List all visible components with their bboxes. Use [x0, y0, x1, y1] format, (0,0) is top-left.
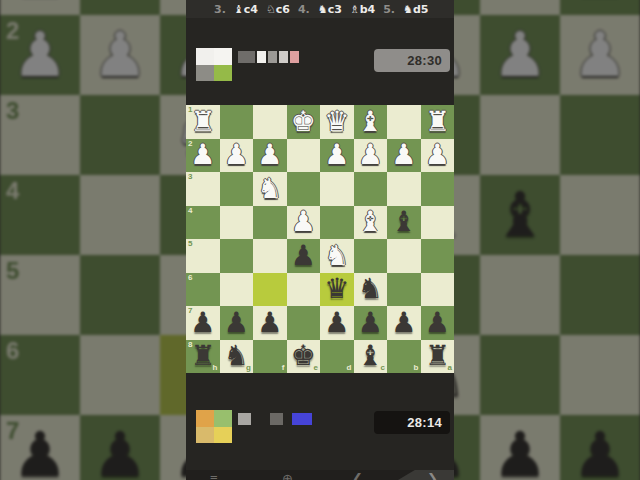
- username-mosaic-bottom: [238, 413, 312, 425]
- black-pawn[interactable]: ♟: [324, 309, 349, 337]
- black-pawn[interactable]: ♟: [358, 309, 383, 337]
- square-b4[interactable]: ♝: [387, 206, 421, 240]
- square-g1: [80, 0, 160, 15]
- username-pixel-block: [279, 51, 288, 63]
- square-b3[interactable]: [387, 172, 421, 206]
- avatar-mosaic-cell: [214, 65, 232, 82]
- square-h5: 5: [0, 255, 80, 335]
- square-c8[interactable]: c♝: [354, 340, 388, 374]
- square-g4: [80, 175, 160, 255]
- square-f4[interactable]: [253, 206, 287, 240]
- square-h2[interactable]: 2♟: [186, 139, 220, 173]
- player-row-bottom: 28:14: [186, 408, 454, 448]
- white-pawn: ♟: [12, 24, 68, 86]
- square-h4: 4: [0, 175, 80, 255]
- white-pawn[interactable]: ♟: [324, 141, 349, 169]
- square-d2[interactable]: ♟: [320, 139, 354, 173]
- square-h8[interactable]: 8h♜: [186, 340, 220, 374]
- square-c3[interactable]: [354, 172, 388, 206]
- rank-label-2: 2: [188, 140, 192, 148]
- square-a6: [560, 335, 640, 415]
- white-rook[interactable]: ♜: [190, 108, 215, 136]
- square-h1[interactable]: 1♜: [186, 105, 220, 139]
- username-pixel-block: [268, 51, 277, 63]
- rank-label-7: 7: [188, 307, 192, 315]
- square-d4[interactable]: [320, 206, 354, 240]
- white-rook[interactable]: ♜: [425, 108, 450, 136]
- square-e6[interactable]: [287, 273, 321, 307]
- square-a7: ♟: [560, 415, 640, 480]
- square-a3: [560, 95, 640, 175]
- avatar-mosaic-cell: [214, 48, 232, 65]
- square-d7[interactable]: ♟: [320, 306, 354, 340]
- avatar-top-player[interactable]: [196, 48, 232, 81]
- square-b2: ♟: [480, 15, 560, 95]
- white-knight[interactable]: ♞: [257, 175, 282, 203]
- square-g8[interactable]: g♞: [220, 340, 254, 374]
- square-h4[interactable]: 4: [186, 206, 220, 240]
- square-g7: ♟: [80, 415, 160, 480]
- square-c5[interactable]: [354, 239, 388, 273]
- square-c6[interactable]: ♞: [354, 273, 388, 307]
- square-e8[interactable]: e♚: [287, 340, 321, 374]
- black-pawn: ♟: [92, 424, 148, 480]
- black-queen[interactable]: ♛: [324, 275, 349, 303]
- forward-icon[interactable]: ❯: [427, 472, 438, 480]
- square-g2[interactable]: ♟: [220, 139, 254, 173]
- square-a4: [560, 175, 640, 255]
- square-h6: 6: [0, 335, 80, 415]
- square-h2: 2♟: [0, 15, 80, 95]
- black-pawn[interactable]: ♟: [391, 309, 416, 337]
- avatar-mosaic-cell: [196, 65, 214, 82]
- screenshot-canvas: 1♜♚♛♝♜2♟♟♟♟♟♟♟3♞4♟♝♝5♟♞6♛♞7♟♟♟♟♟♟♟8♜♞♚♝♜…: [0, 0, 640, 480]
- white-pawn[interactable]: ♟: [257, 141, 282, 169]
- file-label-c: c: [381, 364, 385, 372]
- square-a4[interactable]: [421, 206, 455, 240]
- square-g3[interactable]: [220, 172, 254, 206]
- black-rook[interactable]: ♜: [425, 342, 450, 370]
- player-row-top: 28:30: [186, 46, 454, 86]
- file-label-d: d: [347, 364, 352, 372]
- black-pawn[interactable]: ♟: [190, 309, 215, 337]
- square-a5[interactable]: [421, 239, 455, 273]
- file-label-g: g: [246, 364, 251, 372]
- black-knight[interactable]: ♞: [224, 342, 249, 370]
- white-pawn: ♟: [492, 24, 548, 86]
- rank-label-4: 4: [6, 179, 19, 203]
- square-b5: [480, 255, 560, 335]
- square-d8[interactable]: d: [320, 340, 354, 374]
- black-pawn: ♟: [572, 424, 628, 480]
- file-label-a: a: [448, 364, 452, 372]
- avatar-mosaic-cell: [214, 410, 232, 427]
- square-a5: [560, 255, 640, 335]
- move-number: 4.: [298, 3, 310, 16]
- rank-label-3: 3: [188, 173, 192, 181]
- square-g6: [80, 335, 160, 415]
- square-h7[interactable]: 7♟: [186, 306, 220, 340]
- forward-wedge[interactable]: ❯: [398, 470, 454, 480]
- square-f7[interactable]: ♟: [253, 306, 287, 340]
- square-e2[interactable]: [287, 139, 321, 173]
- square-c2[interactable]: ♟: [354, 139, 388, 173]
- black-king[interactable]: ♚: [291, 342, 316, 370]
- rank-label-6: 6: [6, 339, 19, 363]
- white-knight[interactable]: ♞: [324, 242, 349, 270]
- avatar-mosaic-cell: [196, 410, 214, 427]
- rank-label-4: 4: [188, 207, 192, 215]
- square-h1: 1♜: [0, 0, 80, 15]
- square-g6[interactable]: [220, 273, 254, 307]
- rank-label-7: 7: [6, 419, 19, 443]
- square-a2: ♟: [560, 15, 640, 95]
- black-pawn[interactable]: ♟: [291, 242, 316, 270]
- square-b4: ♝: [480, 175, 560, 255]
- square-a8[interactable]: a♜: [421, 340, 455, 374]
- rank-label-5: 5: [188, 240, 192, 248]
- square-b7[interactable]: ♟: [387, 306, 421, 340]
- white-pawn[interactable]: ♟: [224, 141, 249, 169]
- username-pixel-block: [257, 51, 266, 63]
- square-b1: [480, 0, 560, 15]
- square-g5: [80, 255, 160, 335]
- square-g3: [80, 95, 160, 175]
- black-bishop[interactable]: ♝: [391, 208, 416, 236]
- black-pawn[interactable]: ♟: [257, 309, 282, 337]
- square-h3[interactable]: 3: [186, 172, 220, 206]
- square-d6[interactable]: ♛: [320, 273, 354, 307]
- square-e3[interactable]: [287, 172, 321, 206]
- square-b8[interactable]: b: [387, 340, 421, 374]
- file-label-b: b: [414, 364, 419, 372]
- black-rook[interactable]: ♜: [190, 342, 215, 370]
- square-f5[interactable]: [253, 239, 287, 273]
- phone-strip: 3.♝c4♘c64.♞c3♗b45.♞d5 28:30 1♜♚♛♝♜2♟♟♟♟♟…: [186, 0, 454, 480]
- square-e4[interactable]: ♟: [287, 206, 321, 240]
- square-f1[interactable]: [253, 105, 287, 139]
- square-f3[interactable]: ♞: [253, 172, 287, 206]
- square-e7[interactable]: [287, 306, 321, 340]
- square-c7[interactable]: ♟: [354, 306, 388, 340]
- square-a3[interactable]: [421, 172, 455, 206]
- move-token[interactable]: ♞c3: [318, 3, 342, 16]
- rank-label-6: 6: [188, 274, 192, 282]
- white-queen[interactable]: ♛: [324, 108, 349, 136]
- back-icon[interactable]: ❮: [352, 472, 363, 480]
- black-bishop: ♝: [492, 184, 548, 246]
- square-a2[interactable]: ♟: [421, 139, 455, 173]
- black-pawn[interactable]: ♟: [224, 309, 249, 337]
- white-rook: ♜: [572, 0, 628, 6]
- square-f8[interactable]: f: [253, 340, 287, 374]
- avatar-mosaic-cell: [196, 427, 214, 444]
- black-bishop[interactable]: ♝: [358, 342, 383, 370]
- white-pawn[interactable]: ♟: [358, 141, 383, 169]
- square-b3: [480, 95, 560, 175]
- username-mosaic-top: [238, 51, 299, 63]
- username-pixel-block: [270, 413, 283, 425]
- white-pawn[interactable]: ♟: [425, 141, 450, 169]
- white-pawn: ♟: [572, 24, 628, 86]
- square-d1[interactable]: ♛: [320, 105, 354, 139]
- square-g7[interactable]: ♟: [220, 306, 254, 340]
- move-number: 5.: [383, 3, 395, 16]
- username-pixel-block: [290, 51, 299, 63]
- white-bishop[interactable]: ♝: [358, 108, 383, 136]
- square-b7: ♟: [480, 415, 560, 480]
- game-controls-bar: ❯ ≡⊕❮: [186, 470, 454, 480]
- move-number: 3.: [214, 3, 226, 16]
- black-pawn: ♟: [492, 424, 548, 480]
- square-c4[interactable]: ♝: [354, 206, 388, 240]
- move-token[interactable]: ♗b4: [350, 3, 375, 16]
- move-token[interactable]: ♘c6: [266, 3, 290, 16]
- black-pawn[interactable]: ♟: [425, 309, 450, 337]
- file-label-e: e: [314, 364, 318, 372]
- square-b6: [480, 335, 560, 415]
- white-pawn: ♟: [92, 24, 148, 86]
- square-h6[interactable]: 6: [186, 273, 220, 307]
- black-pawn: ♟: [12, 424, 68, 480]
- square-h5[interactable]: 5: [186, 239, 220, 273]
- square-b5[interactable]: [387, 239, 421, 273]
- clock-top-white: 28:30: [374, 49, 450, 72]
- username-pixel-block: [238, 413, 251, 425]
- rank-label-1: 1: [188, 106, 192, 114]
- square-g1[interactable]: [220, 105, 254, 139]
- black-knight[interactable]: ♞: [358, 275, 383, 303]
- square-b2[interactable]: ♟: [387, 139, 421, 173]
- avatar-bottom-player[interactable]: [196, 410, 232, 443]
- square-h3: 3: [0, 95, 80, 175]
- move-token[interactable]: ♝c4: [234, 3, 258, 16]
- move-token[interactable]: ♞d5: [403, 3, 428, 16]
- clock-bottom-black: 28:14: [374, 411, 450, 434]
- file-label-f: f: [282, 364, 285, 372]
- rank-label-8: 8: [188, 341, 192, 349]
- options-icon[interactable]: ≡: [210, 472, 218, 480]
- square-b6[interactable]: [387, 273, 421, 307]
- white-king[interactable]: ♚: [291, 108, 316, 136]
- square-a7[interactable]: ♟: [421, 306, 455, 340]
- square-e1[interactable]: ♚: [287, 105, 321, 139]
- square-g5[interactable]: [220, 239, 254, 273]
- square-g2: ♟: [80, 15, 160, 95]
- square-f6[interactable]: [253, 273, 287, 307]
- square-f2[interactable]: ♟: [253, 139, 287, 173]
- avatar-mosaic-cell: [214, 427, 232, 444]
- square-a1: ♜: [560, 0, 640, 15]
- rank-label-5: 5: [6, 259, 19, 283]
- square-d5[interactable]: ♞: [320, 239, 354, 273]
- square-e5[interactable]: ♟: [287, 239, 321, 273]
- white-bishop[interactable]: ♝: [358, 208, 383, 236]
- move-list-bar[interactable]: 3.♝c4♘c64.♞c3♗b45.♞d5: [186, 0, 454, 18]
- square-a6[interactable]: [421, 273, 455, 307]
- rank-label-3: 3: [6, 99, 19, 123]
- username-pixel-block: [238, 51, 255, 63]
- white-rook: ♜: [12, 0, 68, 6]
- square-g4[interactable]: [220, 206, 254, 240]
- add-time-icon[interactable]: ⊕: [282, 472, 293, 480]
- square-a1[interactable]: ♜: [421, 105, 455, 139]
- square-d3[interactable]: [320, 172, 354, 206]
- square-c1[interactable]: ♝: [354, 105, 388, 139]
- square-b1[interactable]: [387, 105, 421, 139]
- white-pawn[interactable]: ♟: [391, 141, 416, 169]
- file-label-h: h: [213, 364, 218, 372]
- username-pixel-block: [292, 413, 312, 425]
- square-h7: 7♟: [0, 415, 80, 480]
- white-pawn[interactable]: ♟: [291, 208, 316, 236]
- avatar-mosaic-cell: [196, 48, 214, 65]
- rank-label-2: 2: [6, 19, 19, 43]
- chess-board[interactable]: 1♜♚♛♝♜2♟♟♟♟♟♟♟3♞4♟♝♝5♟♞6♛♞7♟♟♟♟♟♟♟8h♜g♞f…: [186, 105, 454, 373]
- white-pawn[interactable]: ♟: [190, 141, 215, 169]
